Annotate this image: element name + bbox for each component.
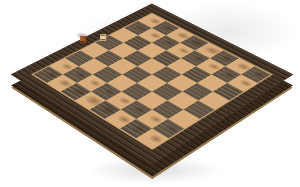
- square-f1[interactable]: [166, 28, 194, 43]
- chess-set-product-photo: ♜♞♝♚♛♝♞♜♟♟♟♟♟♟♟♟♟♟♟♟♟♟♟♟♜♞♝♚♛♝♞♜♛♛: [0, 0, 300, 187]
- piece-shadow: [72, 30, 94, 42]
- piece-shadow: [191, 54, 207, 63]
- white-king-glyph: ♚: [180, 10, 209, 42]
- square-f4[interactable]: [123, 50, 152, 66]
- white-pawn-glyph: ♟: [171, 29, 190, 50]
- white-pawn-glyph: ♟: [129, 7, 147, 27]
- square-g1[interactable]: [152, 20, 180, 34]
- white-pawn-glyph: ♟: [232, 60, 252, 82]
- piece-shadow: [185, 36, 210, 49]
- white-rook-glyph: ♜: [142, 0, 162, 20]
- square-e1[interactable]: [180, 35, 208, 50]
- square-g4[interactable]: [109, 42, 138, 57]
- piece-shadow: [147, 31, 163, 39]
- square-e4[interactable]: [137, 58, 166, 74]
- piece-shadow: [176, 46, 192, 55]
- black-queen-glyph: ♛: [67, 18, 93, 47]
- white-queen-glyph: ♛: [87, 16, 113, 45]
- white-knight-glyph: ♞: [155, 3, 177, 27]
- square-e2[interactable]: [166, 42, 195, 57]
- white-pawn-glyph: ♟: [157, 21, 176, 42]
- white-queen-glyph: ♛: [196, 20, 223, 50]
- white-pawn-glyph: ♟: [186, 36, 205, 57]
- piece-shadow: [147, 16, 164, 25]
- square-g3[interactable]: [124, 35, 152, 50]
- piece-shadow: [92, 28, 114, 40]
- square-d2[interactable]: [181, 50, 210, 66]
- piece-shadow: [134, 24, 149, 32]
- square-d3[interactable]: [167, 58, 196, 74]
- square-e3[interactable]: [152, 50, 181, 66]
- square-h2[interactable]: [124, 20, 152, 34]
- piece-shadow: [161, 38, 177, 46]
- square-h3[interactable]: [110, 28, 138, 43]
- square-f3[interactable]: [138, 42, 167, 57]
- square-f2[interactable]: [152, 35, 180, 50]
- piece-shadow: [160, 23, 178, 33]
- square-h4[interactable]: [95, 35, 123, 50]
- white-bishop-glyph: ♝: [168, 9, 191, 34]
- chess-board: ♜♞♝♚♛♝♞♜♟♟♟♟♟♟♟♟♟♟♟♟♟♟♟♟♜♞♝♚♛♝♞♜♛♛: [11, 3, 294, 164]
- square-h1[interactable]: [138, 13, 165, 27]
- white-pawn-glyph: ♟: [143, 14, 162, 35]
- square-g2[interactable]: [138, 28, 166, 43]
- perspective-viewport: ♜♞♝♚♛♝♞♜♟♟♟♟♟♟♟♟♟♟♟♟♟♟♟♟♜♞♝♚♛♝♞♜♛♛: [0, 0, 300, 187]
- piece-shadow: [174, 30, 193, 40]
- black-rook-glyph: ♜: [140, 112, 164, 138]
